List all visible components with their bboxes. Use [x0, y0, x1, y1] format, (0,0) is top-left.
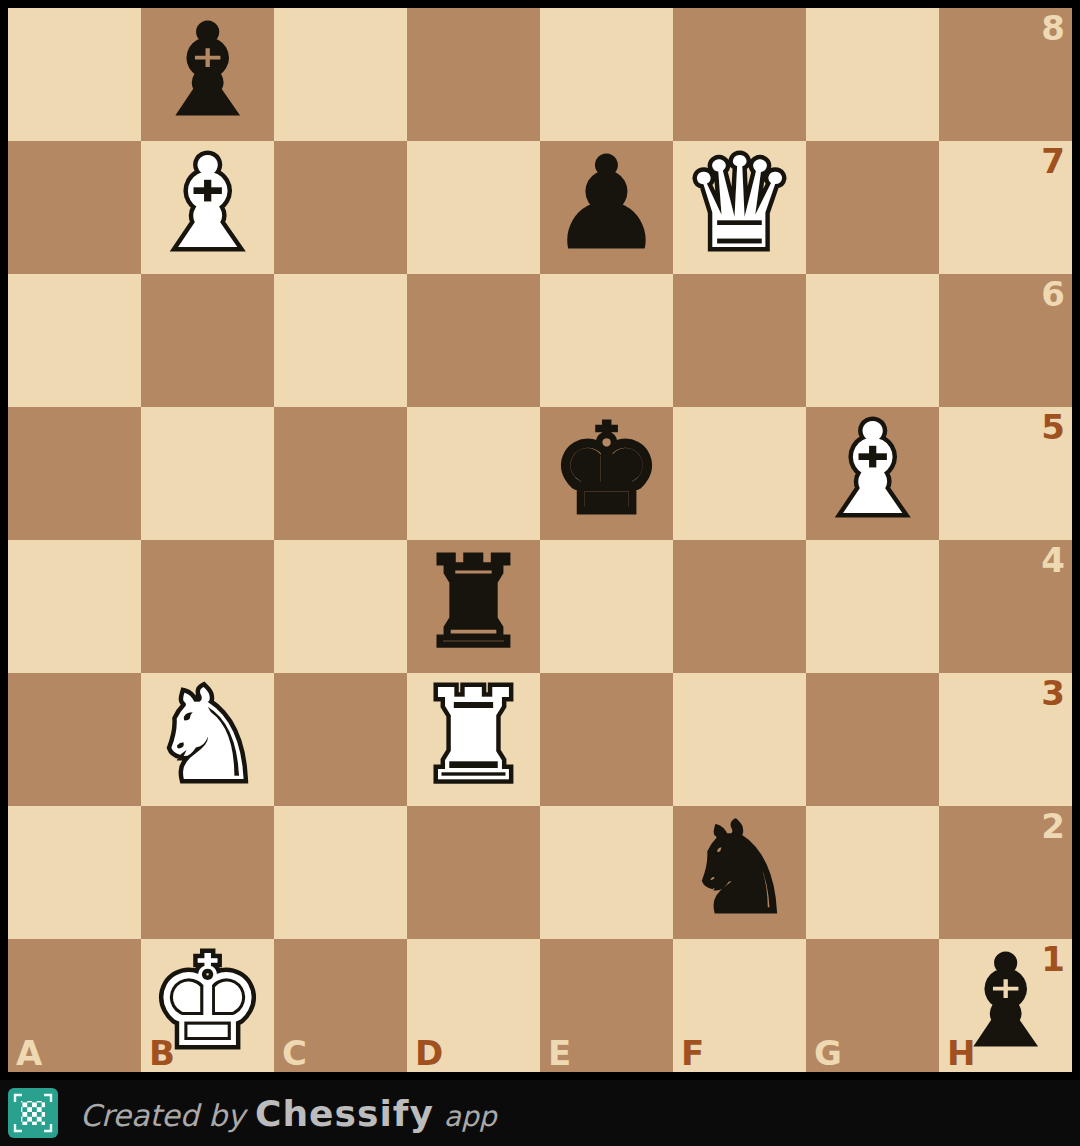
- square-h2: 2: [939, 806, 1072, 939]
- square-f2: ♞♞: [673, 806, 806, 939]
- chessify-logo-icon: [8, 1088, 58, 1138]
- white-bishop: ♝♝: [141, 141, 274, 274]
- square-b3: ♞♞: [141, 673, 274, 806]
- square-g8: [806, 8, 939, 141]
- square-h8: 8: [939, 8, 1072, 141]
- square-h6: 6: [939, 274, 1072, 407]
- square-d6: [407, 274, 540, 407]
- square-c6: [274, 274, 407, 407]
- square-h3: 3: [939, 673, 1072, 806]
- file-label-d: D: [415, 1036, 443, 1070]
- square-g3: [806, 673, 939, 806]
- square-f6: [673, 274, 806, 407]
- rank-label-2: 2: [1041, 809, 1065, 843]
- rank-label-8: 8: [1041, 11, 1065, 45]
- rank-label-4: 4: [1041, 543, 1065, 577]
- brand-name: Chessify: [255, 1093, 434, 1134]
- rank-label-5: 5: [1041, 410, 1065, 444]
- file-label-a: A: [16, 1036, 42, 1070]
- square-d5: [407, 407, 540, 540]
- white-king: ♚♚: [141, 939, 274, 1072]
- square-d3: ♜♜: [407, 673, 540, 806]
- square-c5: [274, 407, 407, 540]
- credit-suffix: app: [444, 1100, 497, 1133]
- square-e5: ♚♚: [540, 407, 673, 540]
- square-g5: ♝♝: [806, 407, 939, 540]
- square-a2: [8, 806, 141, 939]
- chess-board: ♝♝8♝♝♟♟♛♛76♚♚♝♝5♜♜4♞♞♜♜3♞♞2AB♚♚CDEFG1H♝♝: [0, 0, 1080, 1080]
- credit-text: Created byChessifyapp: [80, 1093, 497, 1134]
- watermark-bar: Created byChessifyapp: [0, 1080, 1080, 1146]
- square-e4: [540, 540, 673, 673]
- square-e3: [540, 673, 673, 806]
- square-b1: B♚♚: [141, 939, 274, 1072]
- square-e2: [540, 806, 673, 939]
- credit-prefix: Created by: [80, 1098, 245, 1133]
- white-rook: ♜♜: [407, 673, 540, 806]
- square-f7: ♛♛: [673, 141, 806, 274]
- square-c7: [274, 141, 407, 274]
- square-h5: 5: [939, 407, 1072, 540]
- square-b5: [141, 407, 274, 540]
- square-b7: ♝♝: [141, 141, 274, 274]
- chessify-diagram: ♝♝8♝♝♟♟♛♛76♚♚♝♝5♜♜4♞♞♜♜3♞♞2AB♚♚CDEFG1H♝♝…: [0, 0, 1080, 1146]
- square-h7: 7: [939, 141, 1072, 274]
- square-e6: [540, 274, 673, 407]
- black-bishop: ♝♝: [141, 8, 274, 141]
- square-e7: ♟♟: [540, 141, 673, 274]
- white-queen: ♛♛: [673, 141, 806, 274]
- square-h1: 1H♝♝: [939, 939, 1072, 1072]
- square-g6: [806, 274, 939, 407]
- square-a8: [8, 8, 141, 141]
- black-pawn: ♟♟: [540, 141, 673, 274]
- square-g2: [806, 806, 939, 939]
- square-e1: E: [540, 939, 673, 1072]
- square-b4: [141, 540, 274, 673]
- mini-chessboard-icon: [21, 1101, 45, 1125]
- square-f4: [673, 540, 806, 673]
- square-c1: C: [274, 939, 407, 1072]
- square-a7: [8, 141, 141, 274]
- black-bishop: ♝♝: [939, 939, 1072, 1072]
- square-f8: [673, 8, 806, 141]
- square-c3: [274, 673, 407, 806]
- square-a5: [8, 407, 141, 540]
- square-d2: [407, 806, 540, 939]
- black-king: ♚♚: [540, 407, 673, 540]
- black-knight: ♞♞: [673, 806, 806, 939]
- square-b6: [141, 274, 274, 407]
- file-label-g: G: [814, 1036, 842, 1070]
- rank-label-3: 3: [1041, 676, 1065, 710]
- file-label-e: E: [548, 1036, 571, 1070]
- square-f3: [673, 673, 806, 806]
- white-knight: ♞♞: [141, 673, 274, 806]
- square-g1: G: [806, 939, 939, 1072]
- file-label-f: F: [681, 1036, 704, 1070]
- black-rook: ♜♜: [407, 540, 540, 673]
- rank-label-7: 7: [1041, 144, 1065, 178]
- square-a4: [8, 540, 141, 673]
- square-a3: [8, 673, 141, 806]
- square-c8: [274, 8, 407, 141]
- square-h4: 4: [939, 540, 1072, 673]
- square-a1: A: [8, 939, 141, 1072]
- square-f5: [673, 407, 806, 540]
- square-d7: [407, 141, 540, 274]
- square-g4: [806, 540, 939, 673]
- file-label-c: C: [282, 1036, 307, 1070]
- square-g7: [806, 141, 939, 274]
- square-c4: [274, 540, 407, 673]
- white-bishop: ♝♝: [806, 407, 939, 540]
- square-b8: ♝♝: [141, 8, 274, 141]
- square-c2: [274, 806, 407, 939]
- square-d8: [407, 8, 540, 141]
- square-d4: ♜♜: [407, 540, 540, 673]
- square-f1: F: [673, 939, 806, 1072]
- square-b2: [141, 806, 274, 939]
- rank-label-6: 6: [1041, 277, 1065, 311]
- square-e8: [540, 8, 673, 141]
- square-d1: D: [407, 939, 540, 1072]
- square-a6: [8, 274, 141, 407]
